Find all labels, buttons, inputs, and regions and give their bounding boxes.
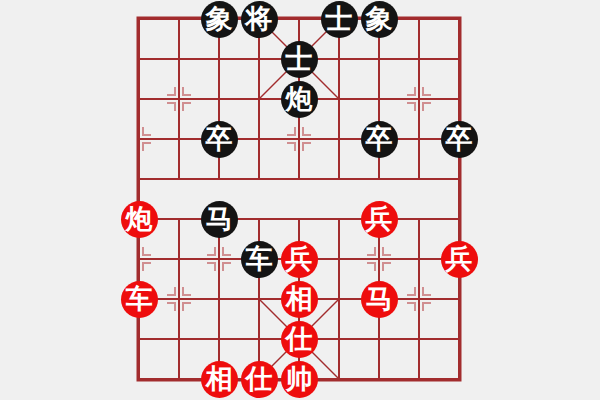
piece-red-chariot[interactable]: 车 [121, 281, 158, 318]
piece-red-advisor[interactable]: 仕 [281, 321, 318, 358]
piece-black-chariot[interactable]: 车 [241, 241, 278, 278]
piece-black-advisor[interactable]: 士 [281, 41, 318, 78]
piece-red-elephant[interactable]: 相 [201, 361, 238, 398]
piece-black-advisor[interactable]: 士 [321, 1, 358, 38]
piece-red-pawn[interactable]: 兵 [281, 241, 318, 278]
piece-black-horse[interactable]: 马 [201, 201, 238, 238]
piece-black-pawn[interactable]: 卒 [201, 121, 238, 158]
piece-red-general[interactable]: 帅 [281, 361, 318, 398]
piece-black-pawn[interactable]: 卒 [361, 121, 398, 158]
piece-black-cannon[interactable]: 炮 [281, 81, 318, 118]
piece-red-elephant[interactable]: 相 [281, 281, 318, 318]
piece-red-pawn[interactable]: 兵 [441, 241, 478, 278]
piece-black-pawn[interactable]: 卒 [441, 121, 478, 158]
pieces-layer: 象将士象士炮卒卒卒炮马兵车兵兵车相马仕相仕帅 [119, 0, 479, 399]
xiangqi-board: 象将士象士炮卒卒卒炮马兵车兵兵车相马仕相仕帅 [0, 0, 600, 400]
piece-red-pawn[interactable]: 兵 [361, 201, 398, 238]
piece-red-horse[interactable]: 马 [361, 281, 398, 318]
piece-red-advisor[interactable]: 仕 [241, 361, 278, 398]
piece-black-elephant[interactable]: 象 [361, 1, 398, 38]
piece-red-cannon[interactable]: 炮 [121, 201, 158, 238]
piece-black-elephant[interactable]: 象 [201, 1, 238, 38]
piece-black-general[interactable]: 将 [241, 1, 278, 38]
